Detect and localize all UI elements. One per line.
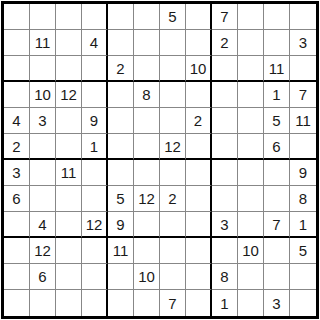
cell-r5c2[interactable]: 3	[30, 108, 56, 134]
cell-r5c12[interactable]: 11	[290, 108, 316, 134]
cell-r6c8[interactable]	[186, 134, 212, 160]
cell-r8c5[interactable]: 5	[108, 186, 134, 212]
cell-r8c11[interactable]	[264, 186, 290, 212]
cell-r8c1[interactable]: 6	[4, 186, 30, 212]
cell-r5c4[interactable]: 9	[82, 108, 108, 134]
cell-r2c12[interactable]: 3	[290, 30, 316, 56]
cell-r2c6[interactable]	[134, 30, 160, 56]
cell-r11c12[interactable]	[290, 264, 316, 290]
cell-r1c10[interactable]	[238, 4, 264, 30]
cell-r4c9[interactable]	[212, 82, 238, 108]
cell-r10c10[interactable]: 10	[238, 238, 264, 264]
cell-r10c7[interactable]	[160, 238, 186, 264]
cell-r11c7[interactable]	[160, 264, 186, 290]
cell-r2c10[interactable]	[238, 30, 264, 56]
cell-r8c2[interactable]	[30, 186, 56, 212]
cell-r3c2[interactable]	[30, 56, 56, 82]
sudoku-board: 5711423210111012817439251121126311965122…	[1, 1, 319, 319]
cell-r10c8[interactable]	[186, 238, 212, 264]
cell-r7c5[interactable]	[108, 160, 134, 186]
cell-r9c6[interactable]	[134, 212, 160, 238]
cell-r8c12[interactable]: 8	[290, 186, 316, 212]
cell-r4c7[interactable]	[160, 82, 186, 108]
cell-r10c1[interactable]	[4, 238, 30, 264]
cell-r6c1[interactable]: 2	[4, 134, 30, 160]
cell-r9c2[interactable]: 4	[30, 212, 56, 238]
cell-r7c6[interactable]	[134, 160, 160, 186]
cell-r12c4[interactable]	[82, 290, 108, 316]
cell-r5c7[interactable]	[160, 108, 186, 134]
cell-r9c3[interactable]	[56, 212, 82, 238]
cell-r8c8[interactable]	[186, 186, 212, 212]
cell-r1c6[interactable]	[134, 4, 160, 30]
cell-r1c7[interactable]: 5	[160, 4, 186, 30]
cell-r2c9[interactable]: 2	[212, 30, 238, 56]
cell-r1c9[interactable]: 7	[212, 4, 238, 30]
cell-r5c11[interactable]: 5	[264, 108, 290, 134]
cell-r7c7[interactable]	[160, 160, 186, 186]
cell-r12c5[interactable]	[108, 290, 134, 316]
cell-r8c6[interactable]: 12	[134, 186, 160, 212]
cell-r10c2[interactable]: 12	[30, 238, 56, 264]
cell-r10c12[interactable]: 5	[290, 238, 316, 264]
cell-r6c11[interactable]: 6	[264, 134, 290, 160]
cell-r7c8[interactable]	[186, 160, 212, 186]
cell-r3c3[interactable]	[56, 56, 82, 82]
cell-r3c5[interactable]: 2	[108, 56, 134, 82]
cell-r7c11[interactable]	[264, 160, 290, 186]
cell-r9c11[interactable]: 7	[264, 212, 290, 238]
cell-r3c12[interactable]	[290, 56, 316, 82]
cell-r4c10[interactable]	[238, 82, 264, 108]
cell-r4c4[interactable]	[82, 82, 108, 108]
cell-r7c1[interactable]: 3	[4, 160, 30, 186]
cell-r3c7[interactable]	[160, 56, 186, 82]
cell-r1c8[interactable]	[186, 4, 212, 30]
cell-r2c8[interactable]	[186, 30, 212, 56]
cell-r12c12[interactable]	[290, 290, 316, 316]
cell-r10c3[interactable]	[56, 238, 82, 264]
cell-r6c10[interactable]	[238, 134, 264, 160]
cell-r4c8[interactable]	[186, 82, 212, 108]
cell-r6c12[interactable]	[290, 134, 316, 160]
cell-r5c1[interactable]: 4	[4, 108, 30, 134]
cell-r2c2[interactable]: 11	[30, 30, 56, 56]
cell-r4c1[interactable]	[4, 82, 30, 108]
cell-r4c12[interactable]: 7	[290, 82, 316, 108]
cell-r7c2[interactable]	[30, 160, 56, 186]
cell-r1c3[interactable]	[56, 4, 82, 30]
cell-r9c1[interactable]	[4, 212, 30, 238]
cell-r5c10[interactable]	[238, 108, 264, 134]
cell-r11c1[interactable]	[4, 264, 30, 290]
cell-r12c10[interactable]	[238, 290, 264, 316]
cell-r3c4[interactable]	[82, 56, 108, 82]
cell-r11c5[interactable]	[108, 264, 134, 290]
cell-r8c3[interactable]	[56, 186, 82, 212]
cell-r1c1[interactable]	[4, 4, 30, 30]
cell-r11c8[interactable]	[186, 264, 212, 290]
cell-r10c9[interactable]	[212, 238, 238, 264]
cell-r5c3[interactable]	[56, 108, 82, 134]
cell-r2c3[interactable]	[56, 30, 82, 56]
cell-r3c11[interactable]: 11	[264, 56, 290, 82]
cell-r9c7[interactable]	[160, 212, 186, 238]
cell-r4c6[interactable]: 8	[134, 82, 160, 108]
cell-r2c11[interactable]	[264, 30, 290, 56]
cell-r12c6[interactable]	[134, 290, 160, 316]
cell-r8c10[interactable]	[238, 186, 264, 212]
cell-r10c4[interactable]	[82, 238, 108, 264]
cell-r6c5[interactable]	[108, 134, 134, 160]
cell-r12c9[interactable]: 1	[212, 290, 238, 316]
cell-r8c7[interactable]: 2	[160, 186, 186, 212]
cell-r3c8[interactable]: 10	[186, 56, 212, 82]
cell-r2c4[interactable]: 4	[82, 30, 108, 56]
cell-r12c11[interactable]: 3	[264, 290, 290, 316]
cell-r12c8[interactable]	[186, 290, 212, 316]
cell-r2c5[interactable]	[108, 30, 134, 56]
cell-r11c10[interactable]	[238, 264, 264, 290]
cell-r9c12[interactable]: 1	[290, 212, 316, 238]
cell-r12c1[interactable]	[4, 290, 30, 316]
cell-r6c4[interactable]: 1	[82, 134, 108, 160]
cell-r10c5[interactable]: 11	[108, 238, 134, 264]
cell-r11c2[interactable]: 6	[30, 264, 56, 290]
cell-r4c11[interactable]: 1	[264, 82, 290, 108]
cell-r12c3[interactable]	[56, 290, 82, 316]
cell-r9c8[interactable]	[186, 212, 212, 238]
page: 5711423210111012817439251121126311965122…	[0, 0, 320, 319]
cell-r11c4[interactable]	[82, 264, 108, 290]
cell-r5c8[interactable]: 2	[186, 108, 212, 134]
cell-r6c9[interactable]	[212, 134, 238, 160]
cell-r7c12[interactable]: 9	[290, 160, 316, 186]
cell-r2c7[interactable]	[160, 30, 186, 56]
cell-r6c7[interactable]: 12	[160, 134, 186, 160]
cell-r3c6[interactable]	[134, 56, 160, 82]
cell-r9c9[interactable]: 3	[212, 212, 238, 238]
cell-r12c2[interactable]	[30, 290, 56, 316]
cell-r5c9[interactable]	[212, 108, 238, 134]
cell-r3c9[interactable]	[212, 56, 238, 82]
cell-r6c3[interactable]	[56, 134, 82, 160]
cell-r7c10[interactable]	[238, 160, 264, 186]
cell-r7c9[interactable]	[212, 160, 238, 186]
cell-r3c1[interactable]	[4, 56, 30, 82]
cell-r1c5[interactable]	[108, 4, 134, 30]
cell-r1c2[interactable]	[30, 4, 56, 30]
cell-r9c4[interactable]: 12	[82, 212, 108, 238]
cell-r3c10[interactable]	[238, 56, 264, 82]
cell-r8c9[interactable]	[212, 186, 238, 212]
cell-r11c9[interactable]: 8	[212, 264, 238, 290]
cell-r12c7[interactable]: 7	[160, 290, 186, 316]
cell-r5c6[interactable]	[134, 108, 160, 134]
cell-r11c11[interactable]	[264, 264, 290, 290]
cell-r4c3[interactable]: 12	[56, 82, 82, 108]
cell-r7c3[interactable]: 11	[56, 160, 82, 186]
cell-r11c3[interactable]	[56, 264, 82, 290]
cell-r4c5[interactable]	[108, 82, 134, 108]
cell-r10c11[interactable]	[264, 238, 290, 264]
cell-r1c12[interactable]	[290, 4, 316, 30]
cell-r6c6[interactable]	[134, 134, 160, 160]
cell-r5c5[interactable]	[108, 108, 134, 134]
cell-r11c6[interactable]: 10	[134, 264, 160, 290]
cell-r1c11[interactable]	[264, 4, 290, 30]
cell-r8c4[interactable]	[82, 186, 108, 212]
cell-r10c6[interactable]	[134, 238, 160, 264]
cell-r1c4[interactable]	[82, 4, 108, 30]
cell-r6c2[interactable]	[30, 134, 56, 160]
cell-r7c4[interactable]	[82, 160, 108, 186]
cell-r2c1[interactable]	[4, 30, 30, 56]
cell-r9c5[interactable]: 9	[108, 212, 134, 238]
cell-r4c2[interactable]: 10	[30, 82, 56, 108]
cell-r9c10[interactable]	[238, 212, 264, 238]
